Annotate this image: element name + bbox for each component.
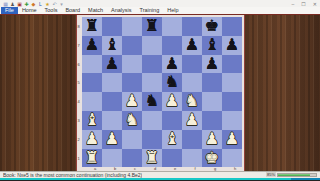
square-a7[interactable]: ♟ [82, 36, 102, 55]
square-d1[interactable]: ♜ [142, 149, 162, 168]
hint-icon[interactable]: ★ [45, 1, 50, 7]
rank-label-4: 4 [78, 93, 80, 112]
square-f5[interactable] [182, 73, 202, 92]
progress-bar [277, 173, 317, 177]
menu-item-home[interactable]: Home [18, 7, 41, 14]
square-a2[interactable]: ♟ [82, 130, 102, 149]
white-pawn: ♟ [82, 130, 102, 149]
chess-board[interactable]: ♜♜♚♟♝♟♝♟♟♟♟♞♟♞♟♞♝♞♟♟♟♝♟♟♜♜♚ [82, 17, 242, 167]
white-pawn: ♟ [162, 92, 182, 111]
close-button[interactable]: ✕ [313, 1, 317, 7]
square-b2[interactable]: ♟ [102, 130, 122, 149]
white-pawn: ♟ [102, 130, 122, 149]
square-h3[interactable] [222, 111, 242, 130]
square-d3[interactable] [142, 111, 162, 130]
white-pawn: ♟ [182, 111, 202, 130]
square-a6[interactable] [82, 55, 102, 74]
square-d7[interactable] [142, 36, 162, 55]
square-d4[interactable]: ♞ [142, 92, 162, 111]
quick-toolbar: ▦♟▣✚◆L★↶▾ [3, 1, 64, 7]
square-h5[interactable] [222, 73, 242, 92]
menu-item-board[interactable]: Board [61, 7, 84, 14]
menu-item-help[interactable]: Help [163, 7, 182, 14]
rank-coordinates: 87654321 [78, 18, 80, 168]
white-bishop: ♝ [162, 130, 182, 149]
menu-item-analysis[interactable]: Analysis [107, 7, 135, 14]
white-pawn: ♟ [202, 130, 222, 149]
square-e4[interactable]: ♟ [162, 92, 182, 111]
white-king: ♚ [202, 149, 222, 168]
square-g4[interactable] [202, 92, 222, 111]
square-e1[interactable] [162, 149, 182, 168]
square-e6[interactable]: ♟ [162, 55, 182, 74]
black-pawn: ♟ [102, 55, 122, 74]
black-pawn: ♟ [202, 55, 222, 74]
black-rook: ♜ [82, 17, 102, 36]
square-f4[interactable]: ♞ [182, 92, 202, 111]
rank-label-1: 1 [78, 150, 80, 169]
square-g7[interactable]: ♝ [202, 36, 222, 55]
square-b1[interactable] [102, 149, 122, 168]
black-pawn: ♟ [82, 36, 102, 55]
square-e7[interactable] [162, 36, 182, 55]
square-f3[interactable]: ♟ [182, 111, 202, 130]
white-rook: ♜ [82, 149, 102, 168]
square-e5[interactable]: ♞ [162, 73, 182, 92]
black-bishop: ♝ [102, 36, 122, 55]
chess-board-frame: 87654321 ♜♜♚♟♝♟♝♟♟♟♟♞♟♞♟♞♝♞♟♟♟♝♟♟♜♜♚ abc… [76, 15, 245, 171]
client-area: 87654321 ♜♜♚♟♝♟♝♟♟♟♟♞♟♞♟♞♝♞♟♟♟♝♟♟♜♜♚ abc… [0, 15, 320, 171]
dropdown-icon[interactable]: ▾ [59, 1, 64, 7]
square-f8[interactable] [182, 17, 202, 36]
app-window: ▦♟▣✚◆L★↶▾ – ☐ ✕ FileHomeToolsBoardMatchA… [0, 0, 320, 180]
square-e8[interactable] [162, 17, 182, 36]
square-b7[interactable]: ♝ [102, 36, 122, 55]
menu-item-file[interactable]: File [1, 7, 18, 14]
black-pawn: ♟ [162, 55, 182, 74]
square-g8[interactable]: ♚ [202, 17, 222, 36]
square-e3[interactable] [162, 111, 182, 130]
black-pawn: ♟ [182, 36, 202, 55]
square-a8[interactable]: ♜ [82, 17, 102, 36]
square-g5[interactable] [202, 73, 222, 92]
black-rook: ♜ [142, 17, 162, 36]
square-d2[interactable] [142, 130, 162, 149]
square-c2[interactable] [122, 130, 142, 149]
black-knight: ♞ [162, 73, 182, 92]
list-icon[interactable]: L [38, 1, 43, 7]
square-h7[interactable]: ♟ [222, 36, 242, 55]
white-knight: ♞ [122, 111, 142, 130]
square-h4[interactable] [222, 92, 242, 111]
menubar: FileHomeToolsBoardMatchAnalysisTrainingH… [0, 7, 320, 15]
white-pawn: ♟ [122, 92, 142, 111]
window-controls: – ☐ ✕ [292, 1, 317, 7]
square-f7[interactable]: ♟ [182, 36, 202, 55]
rank-label-6: 6 [78, 56, 80, 75]
minimize-button[interactable]: – [292, 1, 295, 7]
square-d8[interactable]: ♜ [142, 17, 162, 36]
square-a5[interactable] [82, 73, 102, 92]
square-b4[interactable] [102, 92, 122, 111]
square-f1[interactable] [182, 149, 202, 168]
rank-label-3: 3 [78, 112, 80, 131]
square-g2[interactable]: ♟ [202, 130, 222, 149]
undo-icon[interactable]: ↶ [52, 1, 57, 7]
maximize-button[interactable]: ☐ [301, 1, 305, 7]
square-c5[interactable] [122, 73, 142, 92]
square-b8[interactable] [102, 17, 122, 36]
square-c7[interactable] [122, 36, 142, 55]
square-b5[interactable] [102, 73, 122, 92]
flip-board-icon[interactable]: ◆ [31, 1, 36, 7]
square-c8[interactable] [122, 17, 142, 36]
black-knight: ♞ [142, 92, 162, 111]
bottom-accent-bar [0, 178, 320, 181]
white-pawn: ♟ [222, 130, 242, 149]
square-f6[interactable] [182, 55, 202, 74]
board-icon[interactable]: ▦ [3, 1, 8, 7]
rank-label-5: 5 [78, 74, 80, 93]
square-c3[interactable]: ♞ [122, 111, 142, 130]
progress-label: 85% [266, 172, 276, 177]
rank-label-2: 2 [78, 131, 80, 150]
titlebar: ▦♟▣✚◆L★↶▾ – ☐ ✕ [0, 0, 320, 7]
square-g3[interactable] [202, 111, 222, 130]
white-knight: ♞ [182, 92, 202, 111]
progress-fill [278, 174, 310, 176]
square-c1[interactable] [122, 149, 142, 168]
progress-widget: 85% [266, 172, 317, 177]
black-pawn: ♟ [222, 36, 242, 55]
white-bishop: ♝ [82, 111, 102, 130]
square-a4[interactable] [82, 92, 102, 111]
square-e2[interactable]: ♝ [162, 130, 182, 149]
menu-item-training[interactable]: Training [136, 7, 164, 14]
square-c4[interactable]: ♟ [122, 92, 142, 111]
square-d5[interactable] [142, 73, 162, 92]
save-icon[interactable]: ▣ [17, 1, 22, 7]
square-a3[interactable]: ♝ [82, 111, 102, 130]
square-b6[interactable]: ♟ [102, 55, 122, 74]
menu-item-tools[interactable]: Tools [41, 7, 62, 14]
square-g6[interactable]: ♟ [202, 55, 222, 74]
square-h2[interactable]: ♟ [222, 130, 242, 149]
square-h1[interactable] [222, 149, 242, 168]
square-a1[interactable]: ♜ [82, 149, 102, 168]
black-king: ♚ [202, 17, 222, 36]
square-c6[interactable] [122, 55, 142, 74]
black-bishop: ♝ [202, 36, 222, 55]
white-rook: ♜ [142, 149, 162, 168]
pieces-icon[interactable]: ♟ [10, 1, 15, 7]
square-h6[interactable] [222, 55, 242, 74]
rank-label-7: 7 [78, 37, 80, 56]
menu-item-match[interactable]: Match [84, 7, 107, 14]
rank-label-8: 8 [78, 18, 80, 37]
new-game-icon[interactable]: ✚ [24, 1, 29, 7]
square-g1[interactable]: ♚ [202, 149, 222, 168]
square-f2[interactable] [182, 130, 202, 149]
square-d6[interactable] [142, 55, 162, 74]
square-h8[interactable] [222, 17, 242, 36]
square-b3[interactable] [102, 111, 122, 130]
